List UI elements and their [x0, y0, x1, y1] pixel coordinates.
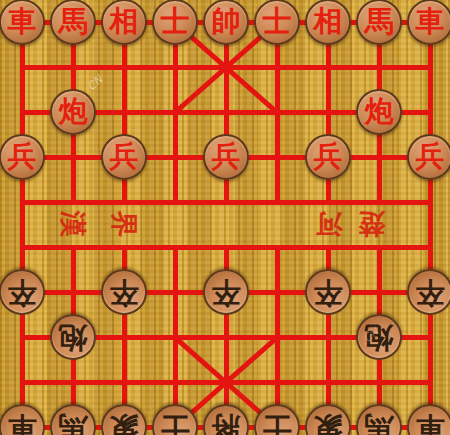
piece-red-cannon-b2[interactable]: 炮 — [50, 89, 96, 135]
board-pieces: 車馬相士帥士相馬車炮炮兵兵兵兵兵卒卒卒卒卒炮炮車馬象士將士象馬車 — [0, 0, 450, 435]
piece-red-elephant-c0[interactable]: 相 — [101, 0, 147, 45]
piece-red-advisor-d0[interactable]: 士 — [152, 0, 198, 45]
piece-red-soldier-i3[interactable]: 兵 — [407, 134, 450, 180]
piece-red-soldier-e3[interactable]: 兵 — [203, 134, 249, 180]
piece-black-soldier-c6[interactable]: 卒 — [101, 269, 147, 315]
piece-red-soldier-c3[interactable]: 兵 — [101, 134, 147, 180]
piece-black-advisor-f9[interactable]: 士 — [254, 404, 300, 435]
piece-black-advisor-d9[interactable]: 士 — [152, 404, 198, 435]
piece-red-chariot-i0[interactable]: 車 — [407, 0, 450, 45]
piece-red-soldier-a3[interactable]: 兵 — [0, 134, 45, 180]
piece-black-cannon-h7[interactable]: 炮 — [356, 314, 402, 360]
piece-red-elephant-g0[interactable]: 相 — [305, 0, 351, 45]
piece-black-soldier-e6[interactable]: 卒 — [203, 269, 249, 315]
xiangqi-board[interactable]: 漢 界 河 楚 .CN .CN 車馬相士帥士相馬車炮炮兵兵兵兵兵卒卒卒卒卒炮炮車… — [0, 0, 450, 435]
piece-red-advisor-f0[interactable]: 士 — [254, 0, 300, 45]
piece-red-chariot-a0[interactable]: 車 — [0, 0, 45, 45]
piece-black-horse-b9[interactable]: 馬 — [50, 404, 96, 435]
piece-black-soldier-i6[interactable]: 卒 — [407, 269, 450, 315]
piece-red-soldier-g3[interactable]: 兵 — [305, 134, 351, 180]
piece-black-horse-h9[interactable]: 馬 — [356, 404, 402, 435]
piece-red-general-e0[interactable]: 帥 — [203, 0, 249, 45]
piece-black-cannon-b7[interactable]: 炮 — [50, 314, 96, 360]
piece-black-elephant-c9[interactable]: 象 — [101, 404, 147, 435]
piece-red-horse-b0[interactable]: 馬 — [50, 0, 96, 45]
piece-black-chariot-i9[interactable]: 車 — [407, 404, 450, 435]
piece-red-cannon-h2[interactable]: 炮 — [356, 89, 402, 135]
piece-black-soldier-a6[interactable]: 卒 — [0, 269, 45, 315]
piece-black-soldier-g6[interactable]: 卒 — [305, 269, 351, 315]
piece-black-elephant-g9[interactable]: 象 — [305, 404, 351, 435]
piece-red-horse-h0[interactable]: 馬 — [356, 0, 402, 45]
piece-black-general-e9[interactable]: 將 — [203, 404, 249, 435]
piece-black-chariot-a9[interactable]: 車 — [0, 404, 45, 435]
